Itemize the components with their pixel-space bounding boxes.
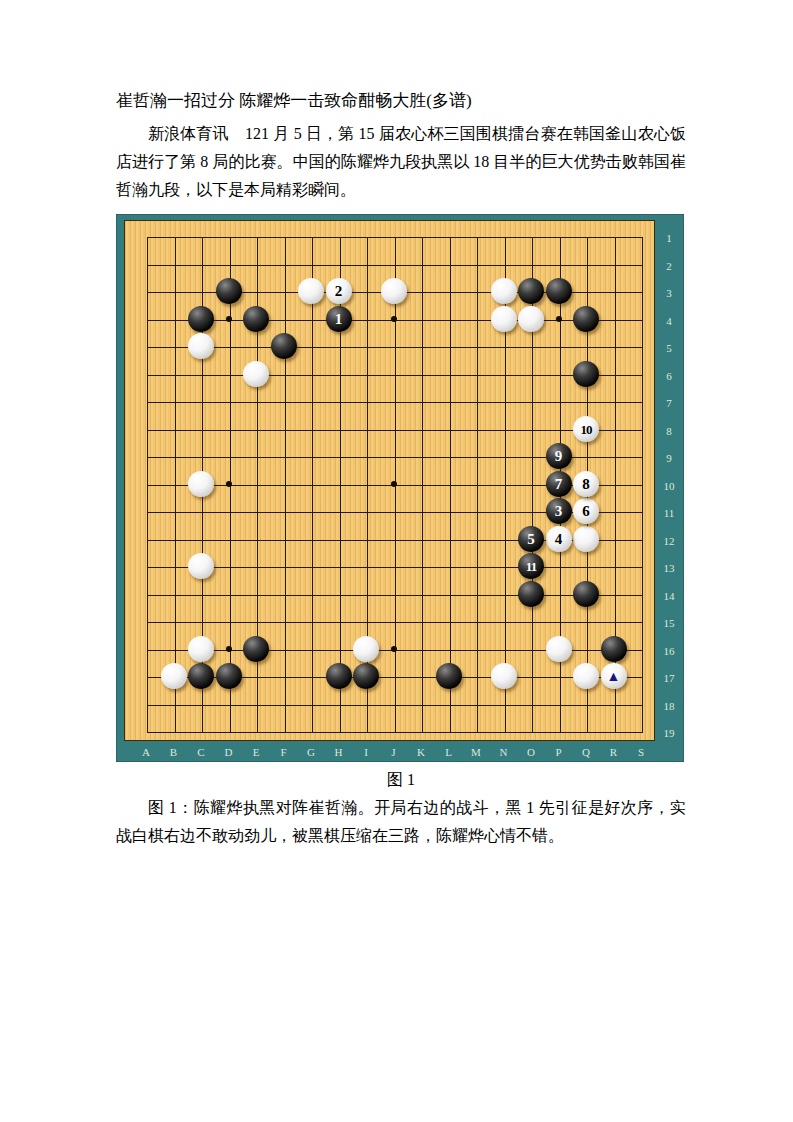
col-label-R: R bbox=[610, 746, 617, 758]
row-label-17: 17 bbox=[664, 672, 675, 684]
move-number: 10 bbox=[581, 422, 592, 437]
stone-black-O12: 5 bbox=[518, 526, 544, 552]
stone-black-O14 bbox=[518, 581, 544, 607]
move-number: 1 bbox=[335, 311, 343, 327]
col-label-A: A bbox=[142, 746, 150, 758]
col-label-Q: Q bbox=[582, 746, 590, 758]
stone-white-C16 bbox=[188, 636, 214, 662]
stone-black-Q6 bbox=[573, 361, 599, 387]
star-point-D16 bbox=[226, 646, 232, 652]
star-point-D10 bbox=[226, 481, 232, 487]
col-label-J: J bbox=[391, 746, 395, 758]
stone-white-C5 bbox=[188, 333, 214, 359]
row-label-15: 15 bbox=[664, 617, 675, 629]
row-label-12: 12 bbox=[664, 535, 675, 547]
stone-white-Q12 bbox=[573, 526, 599, 552]
move-number: 4 bbox=[555, 531, 563, 547]
row-label-19: 19 bbox=[664, 727, 675, 739]
go-board: ▲1234567891011 1234567891011121314151617… bbox=[116, 214, 684, 762]
col-label-I: I bbox=[364, 746, 368, 758]
stone-black-L17 bbox=[436, 663, 462, 689]
stone-white-E6 bbox=[243, 361, 269, 387]
move-number: 8 bbox=[582, 476, 590, 492]
col-label-O: O bbox=[527, 746, 535, 758]
move-number: 7 bbox=[555, 476, 563, 492]
col-label-F: F bbox=[280, 746, 286, 758]
stone-black-C4 bbox=[188, 306, 214, 332]
stone-black-E4 bbox=[243, 306, 269, 332]
figure-label: 图 1 bbox=[116, 768, 686, 792]
stone-black-I17 bbox=[353, 663, 379, 689]
article-intro-paragraph: 新浪体育讯 121 月 5 日，第 15 届农心杯三国围棋擂台赛在韩国釜山农心饭… bbox=[116, 120, 686, 204]
stone-white-R17: ▲ bbox=[601, 663, 627, 689]
row-label-2: 2 bbox=[666, 260, 672, 272]
star-point-J16 bbox=[391, 646, 397, 652]
col-label-E: E bbox=[253, 746, 260, 758]
stone-black-P10: 7 bbox=[546, 471, 572, 497]
stone-white-B17 bbox=[161, 663, 187, 689]
stone-black-D17 bbox=[216, 663, 242, 689]
stone-black-P9: 9 bbox=[546, 443, 572, 469]
stone-white-Q8: 10 bbox=[573, 416, 599, 442]
row-label-6: 6 bbox=[666, 370, 672, 382]
col-label-L: L bbox=[445, 746, 452, 758]
article-page: 崔哲瀚一招过分 陈耀烨一击致命酣畅大胜(多谱) 新浪体育讯 121 月 5 日，… bbox=[116, 0, 686, 850]
stone-black-E16 bbox=[243, 636, 269, 662]
stone-white-Q10: 8 bbox=[573, 471, 599, 497]
stone-black-C17 bbox=[188, 663, 214, 689]
star-point-D4 bbox=[226, 316, 232, 322]
row-label-13: 13 bbox=[664, 562, 675, 574]
stone-black-Q14 bbox=[573, 581, 599, 607]
stone-white-G3 bbox=[298, 278, 324, 304]
stone-black-O3 bbox=[518, 278, 544, 304]
stone-black-H4: 1 bbox=[326, 306, 352, 332]
col-label-D: D bbox=[225, 746, 233, 758]
stone-black-D3 bbox=[216, 278, 242, 304]
row-label-10: 10 bbox=[664, 480, 675, 492]
move-number: 5 bbox=[527, 531, 535, 547]
stone-white-Q11: 6 bbox=[573, 498, 599, 524]
col-label-S: S bbox=[638, 746, 644, 758]
stone-white-I16 bbox=[353, 636, 379, 662]
stone-white-C13 bbox=[188, 553, 214, 579]
stone-white-J3 bbox=[381, 278, 407, 304]
row-label-18: 18 bbox=[664, 700, 675, 712]
stone-white-P12: 4 bbox=[546, 526, 572, 552]
row-label-4: 4 bbox=[666, 315, 672, 327]
figure-caption: 图 1：陈耀烨执黑对阵崔哲瀚。开局右边的战斗，黑 1 先引征是好次序，实战白棋右… bbox=[116, 794, 686, 850]
col-label-P: P bbox=[555, 746, 561, 758]
star-point-P4 bbox=[556, 316, 562, 322]
row-label-16: 16 bbox=[664, 645, 675, 657]
stone-white-O4 bbox=[518, 306, 544, 332]
col-label-G: G bbox=[307, 746, 315, 758]
stone-white-N17 bbox=[491, 663, 517, 689]
row-label-9: 9 bbox=[666, 452, 672, 464]
stone-black-F5 bbox=[271, 333, 297, 359]
row-label-14: 14 bbox=[664, 590, 675, 602]
stone-white-C10 bbox=[188, 471, 214, 497]
stone-white-Q17 bbox=[573, 663, 599, 689]
move-number: 9 bbox=[555, 448, 563, 464]
col-label-N: N bbox=[500, 746, 508, 758]
move-number: 3 bbox=[555, 503, 563, 519]
move-number: 2 bbox=[335, 283, 343, 299]
stone-white-P16 bbox=[546, 636, 572, 662]
col-label-M: M bbox=[471, 746, 481, 758]
row-label-3: 3 bbox=[666, 287, 672, 299]
move-number: 6 bbox=[582, 503, 590, 519]
stone-black-Q4 bbox=[573, 306, 599, 332]
stone-white-N3 bbox=[491, 278, 517, 304]
triangle-marker-icon: ▲ bbox=[607, 669, 621, 684]
row-label-5: 5 bbox=[666, 342, 672, 354]
col-label-B: B bbox=[170, 746, 177, 758]
col-label-C: C bbox=[197, 746, 204, 758]
stone-black-H17 bbox=[326, 663, 352, 689]
row-label-11: 11 bbox=[664, 507, 675, 519]
stone-black-P11: 3 bbox=[546, 498, 572, 524]
stone-black-R16 bbox=[601, 636, 627, 662]
star-point-J4 bbox=[391, 316, 397, 322]
stone-white-H3: 2 bbox=[326, 278, 352, 304]
article-title: 崔哲瀚一招过分 陈耀烨一击致命酣畅大胜(多谱) bbox=[116, 88, 686, 114]
stone-white-N4 bbox=[491, 306, 517, 332]
star-point-J10 bbox=[391, 481, 397, 487]
stone-black-P3 bbox=[546, 278, 572, 304]
row-label-8: 8 bbox=[666, 425, 672, 437]
col-label-K: K bbox=[417, 746, 425, 758]
col-label-H: H bbox=[335, 746, 343, 758]
stone-black-O13: 11 bbox=[518, 553, 544, 579]
move-number: 11 bbox=[526, 559, 536, 574]
row-label-7: 7 bbox=[666, 397, 672, 409]
row-label-1: 1 bbox=[666, 232, 672, 244]
